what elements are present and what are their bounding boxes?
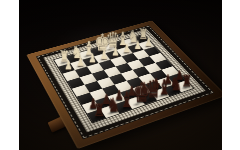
square: ♟ bbox=[138, 41, 154, 50]
square: ♞ bbox=[122, 38, 138, 47]
square: ♜ bbox=[133, 35, 149, 44]
square bbox=[155, 59, 172, 69]
white-pawn: ♟ bbox=[99, 49, 109, 61]
white-pawn: ♟ bbox=[111, 46, 121, 58]
white-pawn: ♟ bbox=[63, 59, 73, 71]
square: ♟ bbox=[58, 63, 75, 74]
square: ♝ bbox=[111, 41, 127, 50]
square bbox=[144, 63, 161, 74]
black-knight: ♞ bbox=[107, 95, 118, 114]
photo-scene: ♜♞♝♚♛♝♞♜♟♟♟♟♟♟♟♟♟♟♟♟♟♟♟♟♜♞♝♚♛♝♞♜ bbox=[19, 0, 222, 150]
square bbox=[87, 63, 104, 74]
white-pawn: ♟ bbox=[144, 36, 153, 47]
square bbox=[149, 53, 166, 63]
white-pawn: ♟ bbox=[87, 52, 97, 64]
white-queen: ♛ bbox=[106, 30, 116, 51]
black-rook: ♜ bbox=[93, 102, 104, 119]
white-bishop: ♝ bbox=[83, 39, 93, 58]
chess-board: ♜♞♝♚♛♝♞♜♟♟♟♟♟♟♟♟♟♟♟♟♟♟♟♟♜♞♝♚♛♝♞♜ bbox=[26, 20, 222, 149]
white-pawn: ♟ bbox=[76, 56, 86, 68]
square bbox=[127, 60, 144, 70]
square bbox=[75, 67, 92, 78]
square: ♟ bbox=[82, 56, 98, 66]
chess-set-photo: ♜♞♝♚♛♝♞♜♟♟♟♟♟♟♟♟♟♟♟♟♟♟♟♟♜♞♝♚♛♝♞♜ bbox=[19, 0, 222, 150]
square: ♟ bbox=[94, 53, 110, 63]
square: ♝ bbox=[78, 50, 94, 60]
square bbox=[144, 47, 161, 57]
white-knight: ♞ bbox=[128, 29, 137, 45]
screenshot-canvas: ♜♞♝♚♛♝♞♜♟♟♟♟♟♟♟♟♟♟♟♟♟♟♟♟♜♞♝♚♛♝♞♜ bbox=[0, 0, 240, 150]
square bbox=[138, 56, 155, 66]
square: ♟ bbox=[70, 60, 87, 70]
square: ♞ bbox=[66, 53, 82, 63]
square: ♜ bbox=[54, 57, 70, 67]
white-knight: ♞ bbox=[71, 44, 81, 61]
square bbox=[99, 60, 116, 70]
square bbox=[122, 53, 139, 63]
white-rook: ♜ bbox=[138, 28, 147, 42]
white-rook: ♜ bbox=[59, 49, 69, 64]
white-king: ♚ bbox=[94, 31, 104, 54]
square bbox=[110, 56, 127, 66]
square: ♚ bbox=[89, 47, 105, 57]
square bbox=[133, 50, 150, 60]
square bbox=[116, 63, 133, 74]
black-bishop: ♝ bbox=[120, 89, 131, 110]
square: ♟ bbox=[105, 50, 121, 60]
square: ♟ bbox=[116, 47, 132, 57]
square: ♟ bbox=[127, 44, 143, 53]
white-pawn: ♟ bbox=[133, 39, 143, 51]
white-bishop: ♝ bbox=[117, 30, 126, 48]
white-pawn: ♟ bbox=[122, 42, 132, 54]
black-rook: ♜ bbox=[181, 73, 192, 89]
square: ♛ bbox=[100, 44, 116, 53]
